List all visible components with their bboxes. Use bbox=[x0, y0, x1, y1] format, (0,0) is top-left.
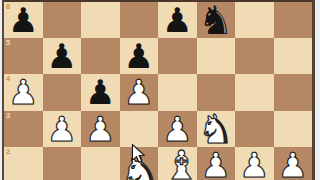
square-a2[interactable]: 2 bbox=[4, 147, 43, 180]
square-d5[interactable]: ♟ bbox=[120, 38, 159, 74]
chess-board-frame: 6♟♟♞5♟♟4♟♟♟3♟♟♟♞2♞♝♟♟♟ bbox=[2, 0, 315, 180]
square-b6[interactable] bbox=[43, 2, 82, 38]
mouse-cursor-icon bbox=[131, 144, 145, 164]
square-e6[interactable]: ♟ bbox=[158, 2, 197, 38]
black-knight[interactable]: ♞ bbox=[198, 0, 234, 40]
square-d6[interactable] bbox=[120, 2, 159, 38]
square-b2[interactable] bbox=[43, 147, 82, 180]
black-pawn[interactable]: ♟ bbox=[47, 39, 77, 73]
square-f5[interactable] bbox=[197, 38, 236, 74]
square-c4[interactable]: ♟ bbox=[81, 74, 120, 110]
chess-app-screen: 6♟♟♞5♟♟4♟♟♟3♟♟♟♞2♞♝♟♟♟ bbox=[0, 0, 320, 180]
square-d4[interactable]: ♟ bbox=[120, 74, 159, 110]
square-h6[interactable] bbox=[274, 2, 313, 38]
white-pawn[interactable]: ♟ bbox=[124, 75, 154, 109]
square-f6[interactable]: ♞ bbox=[197, 2, 236, 38]
square-a5[interactable]: 5 bbox=[4, 38, 43, 74]
white-pawn[interactable]: ♟ bbox=[47, 112, 77, 146]
white-pawn[interactable]: ♟ bbox=[278, 148, 308, 180]
white-bishop[interactable]: ♝ bbox=[163, 145, 199, 180]
white-pawn[interactable]: ♟ bbox=[162, 112, 192, 146]
square-g2[interactable]: ♟ bbox=[235, 147, 274, 180]
square-h3[interactable] bbox=[274, 111, 313, 147]
square-h2[interactable]: ♟ bbox=[274, 147, 313, 180]
rank-label-2: 2 bbox=[6, 147, 10, 156]
black-pawn[interactable]: ♟ bbox=[85, 75, 115, 109]
rank-label-6: 6 bbox=[6, 2, 10, 11]
square-f3[interactable]: ♞ bbox=[197, 111, 236, 147]
square-h5[interactable] bbox=[274, 38, 313, 74]
square-d3[interactable] bbox=[120, 111, 159, 147]
square-g4[interactable] bbox=[235, 74, 274, 110]
chess-board[interactable]: 6♟♟♞5♟♟4♟♟♟3♟♟♟♞2♞♝♟♟♟ bbox=[4, 2, 312, 180]
square-c5[interactable] bbox=[81, 38, 120, 74]
white-knight[interactable]: ♞ bbox=[198, 109, 234, 149]
square-g6[interactable] bbox=[235, 2, 274, 38]
white-pawn[interactable]: ♟ bbox=[85, 112, 115, 146]
black-pawn[interactable]: ♟ bbox=[124, 39, 154, 73]
square-e4[interactable] bbox=[158, 74, 197, 110]
square-b3[interactable]: ♟ bbox=[43, 111, 82, 147]
square-h4[interactable] bbox=[274, 74, 313, 110]
black-pawn[interactable]: ♟ bbox=[162, 3, 192, 37]
square-b5[interactable]: ♟ bbox=[43, 38, 82, 74]
white-pawn[interactable]: ♟ bbox=[201, 148, 231, 180]
square-a4[interactable]: 4♟ bbox=[4, 74, 43, 110]
white-pawn[interactable]: ♟ bbox=[239, 148, 269, 180]
rank-label-4: 4 bbox=[6, 74, 10, 83]
square-g5[interactable] bbox=[235, 38, 274, 74]
square-f2[interactable]: ♟ bbox=[197, 147, 236, 180]
black-pawn[interactable]: ♟ bbox=[8, 3, 38, 37]
square-c2[interactable] bbox=[81, 147, 120, 180]
square-a3[interactable]: 3 bbox=[4, 111, 43, 147]
square-e5[interactable] bbox=[158, 38, 197, 74]
rank-label-3: 3 bbox=[6, 111, 10, 120]
square-c3[interactable]: ♟ bbox=[81, 111, 120, 147]
square-b4[interactable] bbox=[43, 74, 82, 110]
square-e2[interactable]: ♝ bbox=[158, 147, 197, 180]
white-pawn[interactable]: ♟ bbox=[8, 75, 38, 109]
square-c6[interactable] bbox=[81, 2, 120, 38]
square-g3[interactable] bbox=[235, 111, 274, 147]
square-a6[interactable]: 6♟ bbox=[4, 2, 43, 38]
rank-label-5: 5 bbox=[6, 38, 10, 47]
